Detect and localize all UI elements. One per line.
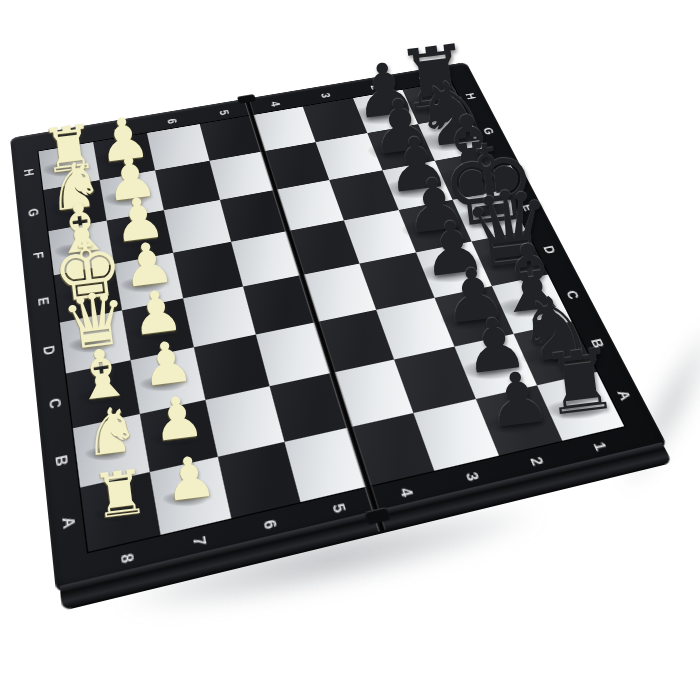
product-photo-scene: 88HH77GG66FF55EE44DD33CC22BB11AA ♜♞♝♛♚♝♞… bbox=[0, 0, 700, 700]
chess-board: 88HH77GG66FF55EE44DD33CC22BB11AA bbox=[10, 62, 676, 612]
